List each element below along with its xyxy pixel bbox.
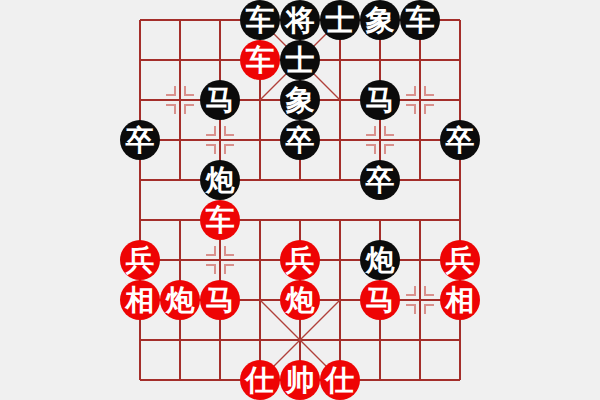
piece-black-soldier[interactable]: 卒 [120,120,160,160]
piece-black-cannon[interactable]: 炮 [360,240,400,280]
piece-red-soldier[interactable]: 兵 [440,240,480,280]
piece-red-elephant[interactable]: 相 [120,280,160,320]
piece-black-horse[interactable]: 马 [360,80,400,120]
piece-black-soldier[interactable]: 卒 [280,120,320,160]
piece-black-general[interactable]: 将 [280,0,320,40]
xiangqi-board: 车将士象车车士马象马卒卒卒炮卒车兵兵炮兵相炮马炮马相仕帅仕 [0,0,600,400]
piece-red-chariot[interactable]: 车 [240,40,280,80]
piece-red-general[interactable]: 帅 [280,360,320,400]
piece-black-advisor[interactable]: 士 [280,40,320,80]
piece-grid: 车将士象车车士马象马卒卒卒炮卒车兵兵炮兵相炮马炮马相仕帅仕 [120,0,480,400]
piece-red-advisor[interactable]: 仕 [320,360,360,400]
piece-red-horse[interactable]: 马 [360,280,400,320]
piece-black-cannon[interactable]: 炮 [200,160,240,200]
piece-red-advisor[interactable]: 仕 [240,360,280,400]
piece-red-cannon[interactable]: 炮 [160,280,200,320]
piece-red-cannon[interactable]: 炮 [280,280,320,320]
piece-red-elephant[interactable]: 相 [440,280,480,320]
piece-red-horse[interactable]: 马 [200,280,240,320]
piece-black-horse[interactable]: 马 [200,80,240,120]
piece-red-soldier[interactable]: 兵 [280,240,320,280]
piece-black-soldier[interactable]: 卒 [360,160,400,200]
piece-red-soldier[interactable]: 兵 [120,240,160,280]
piece-black-soldier[interactable]: 卒 [440,120,480,160]
piece-red-chariot[interactable]: 车 [200,200,240,240]
piece-black-elephant[interactable]: 象 [360,0,400,40]
piece-black-chariot[interactable]: 车 [240,0,280,40]
piece-black-chariot[interactable]: 车 [400,0,440,40]
piece-black-elephant[interactable]: 象 [280,80,320,120]
piece-black-advisor[interactable]: 士 [320,0,360,40]
